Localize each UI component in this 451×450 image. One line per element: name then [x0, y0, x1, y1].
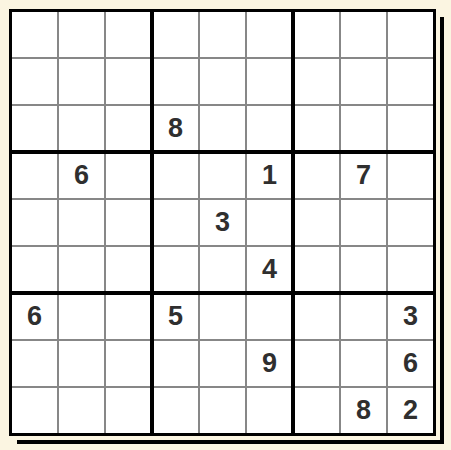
cell-r7c8[interactable]	[341, 294, 386, 339]
cell-r8c5[interactable]	[200, 341, 245, 386]
cell-r2c2[interactable]	[59, 59, 104, 104]
cell-r6c6[interactable]: 4	[247, 247, 292, 292]
cell-r3c5[interactable]	[200, 106, 245, 151]
sudoku-page: 8617346539682	[0, 0, 451, 450]
cell-r8c9[interactable]: 6	[388, 341, 433, 386]
cell-r6c4[interactable]	[153, 247, 198, 292]
cell-r9c8[interactable]: 8	[341, 388, 386, 433]
cell-r6c3[interactable]	[106, 247, 151, 292]
box-divider-horizontal-2	[12, 291, 433, 295]
box-divider-vertical-2	[291, 12, 295, 433]
cell-r2c1[interactable]	[12, 59, 57, 104]
cell-r1c6[interactable]	[247, 12, 292, 57]
cell-r3c9[interactable]	[388, 106, 433, 151]
cell-r9c1[interactable]	[12, 388, 57, 433]
cell-r1c5[interactable]	[200, 12, 245, 57]
cell-r8c6[interactable]: 9	[247, 341, 292, 386]
cell-r5c5[interactable]: 3	[200, 200, 245, 245]
cell-r3c4[interactable]: 8	[153, 106, 198, 151]
cell-r8c2[interactable]	[59, 341, 104, 386]
sudoku-board: 8617346539682	[9, 9, 436, 436]
cell-r9c6[interactable]	[247, 388, 292, 433]
cell-r6c7[interactable]	[294, 247, 339, 292]
cell-r5c6[interactable]	[247, 200, 292, 245]
cell-r3c1[interactable]	[12, 106, 57, 151]
cell-r8c3[interactable]	[106, 341, 151, 386]
box-divider-horizontal-1	[12, 150, 433, 154]
cell-r4c1[interactable]	[12, 153, 57, 198]
cell-r8c4[interactable]	[153, 341, 198, 386]
cell-r4c6[interactable]: 1	[247, 153, 292, 198]
cell-r5c1[interactable]	[12, 200, 57, 245]
cell-r8c8[interactable]	[341, 341, 386, 386]
cell-r1c2[interactable]	[59, 12, 104, 57]
cell-r9c7[interactable]	[294, 388, 339, 433]
cell-r5c7[interactable]	[294, 200, 339, 245]
cell-r7c1[interactable]: 6	[12, 294, 57, 339]
cell-r1c8[interactable]	[341, 12, 386, 57]
cell-r7c6[interactable]	[247, 294, 292, 339]
cell-r7c9[interactable]: 3	[388, 294, 433, 339]
cell-r2c8[interactable]	[341, 59, 386, 104]
cell-r6c1[interactable]	[12, 247, 57, 292]
cell-r2c9[interactable]	[388, 59, 433, 104]
cell-r4c9[interactable]	[388, 153, 433, 198]
cell-r3c7[interactable]	[294, 106, 339, 151]
cell-r3c6[interactable]	[247, 106, 292, 151]
cell-r3c8[interactable]	[341, 106, 386, 151]
cell-r3c2[interactable]	[59, 106, 104, 151]
cell-r1c1[interactable]	[12, 12, 57, 57]
cell-r6c9[interactable]	[388, 247, 433, 292]
cell-r7c3[interactable]	[106, 294, 151, 339]
cell-r4c2[interactable]: 6	[59, 153, 104, 198]
cell-r4c8[interactable]: 7	[341, 153, 386, 198]
cell-r5c8[interactable]	[341, 200, 386, 245]
cell-r9c3[interactable]	[106, 388, 151, 433]
cell-r1c4[interactable]	[153, 12, 198, 57]
cell-r5c4[interactable]	[153, 200, 198, 245]
cell-r2c6[interactable]	[247, 59, 292, 104]
sudoku-grid: 8617346539682	[12, 12, 433, 433]
cell-r5c2[interactable]	[59, 200, 104, 245]
cell-r6c2[interactable]	[59, 247, 104, 292]
cell-r4c7[interactable]	[294, 153, 339, 198]
cell-r8c7[interactable]	[294, 341, 339, 386]
cell-r7c4[interactable]: 5	[153, 294, 198, 339]
cell-r9c9[interactable]: 2	[388, 388, 433, 433]
cell-r2c7[interactable]	[294, 59, 339, 104]
cell-r2c3[interactable]	[106, 59, 151, 104]
cell-r7c2[interactable]	[59, 294, 104, 339]
box-divider-vertical-1	[150, 12, 154, 433]
cell-r1c3[interactable]	[106, 12, 151, 57]
cell-r1c7[interactable]	[294, 12, 339, 57]
cell-r9c5[interactable]	[200, 388, 245, 433]
cell-r6c5[interactable]	[200, 247, 245, 292]
cell-r4c3[interactable]	[106, 153, 151, 198]
cell-r5c9[interactable]	[388, 200, 433, 245]
cell-r4c5[interactable]	[200, 153, 245, 198]
cell-r5c3[interactable]	[106, 200, 151, 245]
cell-r3c3[interactable]	[106, 106, 151, 151]
cell-r2c4[interactable]	[153, 59, 198, 104]
cell-r7c7[interactable]	[294, 294, 339, 339]
cell-r9c2[interactable]	[59, 388, 104, 433]
cell-r2c5[interactable]	[200, 59, 245, 104]
cell-r7c5[interactable]	[200, 294, 245, 339]
cell-r9c4[interactable]	[153, 388, 198, 433]
cell-r6c8[interactable]	[341, 247, 386, 292]
cell-r8c1[interactable]	[12, 341, 57, 386]
cell-r1c9[interactable]	[388, 12, 433, 57]
cell-r4c4[interactable]	[153, 153, 198, 198]
